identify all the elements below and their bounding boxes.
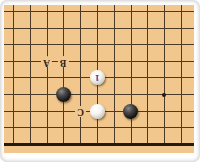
grid-line-horizontal [4, 127, 194, 128]
point-label-text: B [60, 57, 66, 67]
grid-line-vertical [13, 5, 14, 146]
grid-line-vertical [114, 5, 115, 146]
grid-line-horizontal [4, 28, 194, 29]
grid-line-vertical [47, 5, 48, 146]
point-label-text: C [77, 106, 84, 116]
point-label-b: B [58, 56, 69, 67]
black-stone [56, 87, 71, 102]
star-point [162, 93, 166, 97]
grid-line-vertical [147, 5, 148, 146]
point-label-a: A [41, 56, 52, 67]
grid-line-horizontal [4, 61, 194, 62]
board-edge-line [4, 143, 194, 146]
point-label-c: C [75, 106, 86, 117]
go-board[interactable]: ABC1 [4, 5, 194, 153]
black-stone [123, 104, 138, 119]
grid-line-vertical [63, 5, 64, 146]
point-label-text: A [43, 57, 50, 67]
grid-line-vertical [131, 5, 132, 146]
white-stone [90, 104, 105, 119]
diagram-card: ABC1 [0, 0, 200, 162]
grid-line-vertical [181, 5, 182, 146]
grid-line-vertical [164, 5, 165, 146]
grid-line-horizontal [4, 11, 194, 12]
grid-line-vertical [30, 5, 31, 146]
grid-line-horizontal [4, 44, 194, 45]
grid-line-vertical [80, 5, 81, 146]
move-number-marker: 1 [95, 73, 100, 82]
white-stone: 1 [90, 70, 105, 85]
